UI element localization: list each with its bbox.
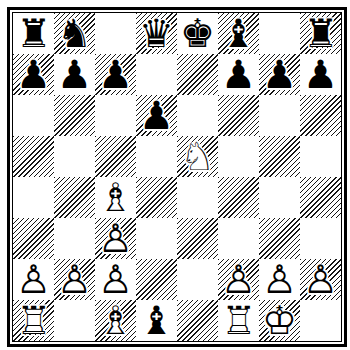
white-king-icon: ♔ (259, 300, 300, 341)
black-knight-b8[interactable]: ♞♞ (54, 13, 95, 54)
square-a8[interactable]: ♜♜ (13, 13, 54, 54)
square-a4[interactable] (13, 177, 54, 218)
black-rook-h8[interactable]: ♜♜ (300, 13, 341, 54)
square-a7[interactable]: ♟♟ (13, 54, 54, 95)
square-e6[interactable] (177, 95, 218, 136)
white-rook-f1[interactable]: ♜♖ (218, 300, 259, 341)
square-h3[interactable] (300, 218, 341, 259)
square-g7[interactable]: ♟♟ (259, 54, 300, 95)
square-g2[interactable]: ♟♙ (259, 259, 300, 300)
square-a2[interactable]: ♟♙ (13, 259, 54, 300)
white-pawn-icon: ♙ (13, 259, 54, 300)
square-g1[interactable]: ♚♔ (259, 300, 300, 341)
square-d3[interactable] (136, 218, 177, 259)
square-h4[interactable] (300, 177, 341, 218)
square-b2[interactable]: ♟♙ (54, 259, 95, 300)
white-pawn-f2[interactable]: ♟♙ (218, 259, 259, 300)
white-pawn-icon: ♙ (54, 259, 95, 300)
square-b3[interactable] (54, 218, 95, 259)
black-pawn-a7[interactable]: ♟♟ (13, 54, 54, 95)
black-queen-icon: ♛ (136, 13, 177, 54)
square-c8[interactable] (95, 13, 136, 54)
square-g8[interactable] (259, 13, 300, 54)
square-d2[interactable] (136, 259, 177, 300)
white-bishop-icon: ♗ (95, 177, 136, 218)
square-g4[interactable] (259, 177, 300, 218)
square-a5[interactable] (13, 136, 54, 177)
square-f8[interactable]: ♝♝ (218, 13, 259, 54)
black-king-icon: ♚ (177, 13, 218, 54)
square-h2[interactable]: ♟♙ (300, 259, 341, 300)
white-bishop-c4[interactable]: ♝♗ (95, 177, 136, 218)
white-pawn-icon: ♙ (95, 259, 136, 300)
black-knight-icon: ♞ (54, 13, 95, 54)
square-b4[interactable] (54, 177, 95, 218)
square-g6[interactable] (259, 95, 300, 136)
square-c5[interactable] (95, 136, 136, 177)
square-e4[interactable] (177, 177, 218, 218)
square-f2[interactable]: ♟♙ (218, 259, 259, 300)
square-e3[interactable] (177, 218, 218, 259)
square-c4[interactable]: ♝♗ (95, 177, 136, 218)
square-h1[interactable] (300, 300, 341, 341)
black-pawn-icon: ♟ (54, 54, 95, 95)
black-king-e8[interactable]: ♚♚ (177, 13, 218, 54)
black-pawn-icon: ♟ (259, 54, 300, 95)
black-pawn-c7[interactable]: ♟♟ (95, 54, 136, 95)
white-rook-icon: ♖ (218, 300, 259, 341)
white-pawn-icon: ♙ (95, 218, 136, 259)
black-rook-a8[interactable]: ♜♜ (13, 13, 54, 54)
black-queen-d8[interactable]: ♛♛ (136, 13, 177, 54)
square-b6[interactable] (54, 95, 95, 136)
square-e8[interactable]: ♚♚ (177, 13, 218, 54)
square-c6[interactable] (95, 95, 136, 136)
square-b7[interactable]: ♟♟ (54, 54, 95, 95)
white-pawn-a2[interactable]: ♟♙ (13, 259, 54, 300)
square-f4[interactable] (218, 177, 259, 218)
white-pawn-c2[interactable]: ♟♙ (95, 259, 136, 300)
black-pawn-icon: ♟ (300, 54, 341, 95)
square-c3[interactable]: ♟♙ (95, 218, 136, 259)
square-g3[interactable] (259, 218, 300, 259)
square-b1[interactable] (54, 300, 95, 341)
black-bishop-icon: ♝ (218, 13, 259, 54)
square-e7[interactable] (177, 54, 218, 95)
black-pawn-b7[interactable]: ♟♟ (54, 54, 95, 95)
black-pawn-d6[interactable]: ♟♟ (136, 95, 177, 136)
white-pawn-icon: ♙ (218, 259, 259, 300)
square-a3[interactable] (13, 218, 54, 259)
square-h5[interactable] (300, 136, 341, 177)
square-c2[interactable]: ♟♙ (95, 259, 136, 300)
white-pawn-icon: ♙ (259, 259, 300, 300)
white-pawn-c3[interactable]: ♟♙ (95, 218, 136, 259)
square-d6[interactable]: ♟♟ (136, 95, 177, 136)
white-king-g1[interactable]: ♚♔ (259, 300, 300, 341)
square-g5[interactable] (259, 136, 300, 177)
white-rook-a1[interactable]: ♜♖ (13, 300, 54, 341)
square-f5[interactable] (218, 136, 259, 177)
square-e2[interactable] (177, 259, 218, 300)
square-e1[interactable] (177, 300, 218, 341)
square-f7[interactable]: ♟♟ (218, 54, 259, 95)
black-pawn-icon: ♟ (136, 95, 177, 136)
white-bishop-icon: ♗ (95, 300, 136, 341)
white-pawn-g2[interactable]: ♟♙ (259, 259, 300, 300)
black-pawn-h7[interactable]: ♟♟ (300, 54, 341, 95)
square-h6[interactable] (300, 95, 341, 136)
square-c7[interactable]: ♟♟ (95, 54, 136, 95)
square-d7[interactable] (136, 54, 177, 95)
white-knight-e5[interactable]: ♞♘ (177, 136, 218, 177)
black-bishop-d1[interactable]: ♝♝ (136, 300, 177, 341)
white-pawn-icon: ♙ (300, 259, 341, 300)
black-rook-icon: ♜ (300, 13, 341, 54)
white-knight-icon: ♘ (177, 136, 218, 177)
black-pawn-icon: ♟ (13, 54, 54, 95)
black-pawn-icon: ♟ (218, 54, 259, 95)
chess-board-frame: ♜♜♞♞♛♛♚♚♝♝♜♜♟♟♟♟♟♟♟♟♟♟♟♟♟♟♞♘♝♗♟♙♟♙♟♙♟♙♟♙… (7, 7, 347, 347)
white-rook-icon: ♖ (13, 300, 54, 341)
black-rook-icon: ♜ (13, 13, 54, 54)
chess-board: ♜♜♞♞♛♛♚♚♝♝♜♜♟♟♟♟♟♟♟♟♟♟♟♟♟♟♞♘♝♗♟♙♟♙♟♙♟♙♟♙… (13, 13, 341, 341)
square-a6[interactable] (13, 95, 54, 136)
square-d5[interactable] (136, 136, 177, 177)
black-bishop-icon: ♝ (136, 300, 177, 341)
square-c1[interactable]: ♝♗ (95, 300, 136, 341)
black-pawn-g7[interactable]: ♟♟ (259, 54, 300, 95)
black-pawn-icon: ♟ (95, 54, 136, 95)
square-f3[interactable] (218, 218, 259, 259)
white-pawn-h2[interactable]: ♟♙ (300, 259, 341, 300)
square-f6[interactable] (218, 95, 259, 136)
square-b5[interactable] (54, 136, 95, 177)
square-a1[interactable]: ♜♖ (13, 300, 54, 341)
square-h7[interactable]: ♟♟ (300, 54, 341, 95)
square-f1[interactable]: ♜♖ (218, 300, 259, 341)
square-h8[interactable]: ♜♜ (300, 13, 341, 54)
white-pawn-b2[interactable]: ♟♙ (54, 259, 95, 300)
white-bishop-c1[interactable]: ♝♗ (95, 300, 136, 341)
black-pawn-f7[interactable]: ♟♟ (218, 54, 259, 95)
square-b8[interactable]: ♞♞ (54, 13, 95, 54)
square-d8[interactable]: ♛♛ (136, 13, 177, 54)
square-e5[interactable]: ♞♘ (177, 136, 218, 177)
chess-board-inner-border: ♜♜♞♞♛♛♚♚♝♝♜♜♟♟♟♟♟♟♟♟♟♟♟♟♟♟♞♘♝♗♟♙♟♙♟♙♟♙♟♙… (12, 12, 342, 342)
square-d4[interactable] (136, 177, 177, 218)
black-bishop-f8[interactable]: ♝♝ (218, 13, 259, 54)
square-d1[interactable]: ♝♝ (136, 300, 177, 341)
